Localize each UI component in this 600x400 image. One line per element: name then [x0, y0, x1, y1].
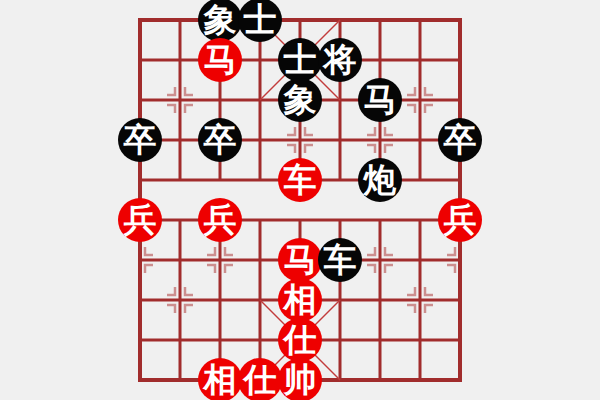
- board-point-c3r6: [240, 240, 280, 280]
- board-point-c6r9: [360, 360, 400, 400]
- piece-red-general[interactable]: 帅: [278, 358, 322, 400]
- piece-glyph: 车: [284, 163, 317, 196]
- piece-glyph: 相: [284, 283, 317, 316]
- board-point-c3r3: [240, 120, 280, 160]
- board-point-c4r5: [280, 200, 320, 240]
- board-point-c5r3: [320, 120, 360, 160]
- board-point-c8r6: [440, 240, 480, 280]
- board-point-c8r1: [440, 40, 480, 80]
- board-point-c8r7: [440, 280, 480, 320]
- piece-glyph: 马: [284, 243, 317, 276]
- piece-glyph: 炮: [364, 163, 397, 196]
- board-point-c4r8: 仕: [280, 320, 320, 360]
- board-point-c1r0: [160, 0, 200, 40]
- board-point-c2r9: 相: [200, 360, 240, 400]
- board-point-c4r2: 象: [280, 80, 320, 120]
- piece-glyph: 卒: [444, 123, 477, 156]
- board-point-c6r3: [360, 120, 400, 160]
- board-point-c6r7: [360, 280, 400, 320]
- piece-red-advisor[interactable]: 仕: [278, 318, 322, 362]
- piece-black-advisor[interactable]: 士: [278, 38, 322, 82]
- board-point-c0r8: [120, 320, 160, 360]
- board-point-c5r5: [320, 200, 360, 240]
- board-point-c4r4: 车: [280, 160, 320, 200]
- board-point-c1r1: [160, 40, 200, 80]
- piece-red-chariot[interactable]: 车: [278, 158, 322, 202]
- piece-red-horse[interactable]: 马: [278, 238, 322, 282]
- piece-red-pawn[interactable]: 兵: [438, 198, 482, 242]
- piece-black-advisor[interactable]: 士: [238, 0, 282, 42]
- board-point-c8r5: 兵: [440, 200, 480, 240]
- piece-glyph: 将: [324, 43, 357, 76]
- board-point-c7r0: [400, 0, 440, 40]
- board-point-c7r8: [400, 320, 440, 360]
- board-point-c5r9: [320, 360, 360, 400]
- board-point-c8r9: [440, 360, 480, 400]
- piece-glyph: 士: [244, 3, 277, 36]
- board-point-c6r6: [360, 240, 400, 280]
- board-point-c8r4: [440, 160, 480, 200]
- piece-black-cannon[interactable]: 炮: [358, 158, 402, 202]
- piece-black-pawn[interactable]: 卒: [198, 118, 242, 162]
- board-point-c7r9: [400, 360, 440, 400]
- board-point-c3r9: 仕: [240, 360, 280, 400]
- board-grid: 象士马士将象马卒卒卒车炮兵兵兵马车相仕相仕帅: [120, 0, 480, 400]
- board-point-c7r2: [400, 80, 440, 120]
- board-point-c1r5: [160, 200, 200, 240]
- board-point-c5r4: [320, 160, 360, 200]
- piece-glyph: 卒: [124, 123, 157, 156]
- board-point-c6r1: [360, 40, 400, 80]
- board-point-c7r4: [400, 160, 440, 200]
- board-point-c6r0: [360, 0, 400, 40]
- piece-black-elephant[interactable]: 象: [278, 78, 322, 122]
- board-point-c3r2: [240, 80, 280, 120]
- board-point-c3r1: [240, 40, 280, 80]
- board-point-c5r1: 将: [320, 40, 360, 80]
- board-point-c4r0: [280, 0, 320, 40]
- piece-glyph: 兵: [204, 203, 237, 236]
- board-point-c5r2: [320, 80, 360, 120]
- board-point-c7r3: [400, 120, 440, 160]
- piece-glyph: 仕: [284, 323, 317, 356]
- piece-glyph: 马: [204, 43, 237, 76]
- board-point-c2r1: 马: [200, 40, 240, 80]
- board-point-c2r5: 兵: [200, 200, 240, 240]
- board-point-c3r5: [240, 200, 280, 240]
- board-point-c2r0: 象: [200, 0, 240, 40]
- board-point-c3r0: 士: [240, 0, 280, 40]
- board-point-c6r8: [360, 320, 400, 360]
- piece-glyph: 马: [364, 83, 397, 116]
- board-point-c8r0: [440, 0, 480, 40]
- piece-glyph: 相: [204, 363, 237, 396]
- board-point-c8r2: [440, 80, 480, 120]
- board-point-c7r7: [400, 280, 440, 320]
- board-point-c1r7: [160, 280, 200, 320]
- piece-glyph: 象: [284, 83, 317, 116]
- board-point-c5r6: 车: [320, 240, 360, 280]
- piece-glyph: 士: [284, 43, 317, 76]
- board-point-c2r3: 卒: [200, 120, 240, 160]
- board-point-c0r4: [120, 160, 160, 200]
- piece-red-elephant[interactable]: 相: [198, 358, 242, 400]
- piece-black-pawn[interactable]: 卒: [118, 118, 162, 162]
- board-point-c0r2: [120, 80, 160, 120]
- xiangqi-board: 象士马士将象马卒卒卒车炮兵兵兵马车相仕相仕帅: [0, 0, 600, 400]
- board-point-c8r8: [440, 320, 480, 360]
- board-point-c2r6: [200, 240, 240, 280]
- board-point-c6r2: 马: [360, 80, 400, 120]
- piece-red-pawn[interactable]: 兵: [198, 198, 242, 242]
- board-point-c4r7: 相: [280, 280, 320, 320]
- piece-black-elephant[interactable]: 象: [198, 0, 242, 42]
- board-point-c2r8: [200, 320, 240, 360]
- piece-glyph: 兵: [444, 203, 477, 236]
- board-point-c4r6: 马: [280, 240, 320, 280]
- board-point-c7r6: [400, 240, 440, 280]
- board-point-c1r3: [160, 120, 200, 160]
- piece-black-pawn[interactable]: 卒: [438, 118, 482, 162]
- board-point-c5r8: [320, 320, 360, 360]
- board-point-c0r0: [120, 0, 160, 40]
- board-point-c1r8: [160, 320, 200, 360]
- board-point-c3r8: [240, 320, 280, 360]
- board-point-c1r6: [160, 240, 200, 280]
- board-point-c7r5: [400, 200, 440, 240]
- piece-glyph: 仕: [244, 363, 277, 396]
- board-point-c0r6: [120, 240, 160, 280]
- piece-glyph: 兵: [124, 203, 157, 236]
- piece-red-horse[interactable]: 马: [198, 38, 242, 82]
- board-point-c0r1: [120, 40, 160, 80]
- board-point-c1r4: [160, 160, 200, 200]
- board-point-c1r2: [160, 80, 200, 120]
- board-point-c4r1: 士: [280, 40, 320, 80]
- board-point-c0r9: [120, 360, 160, 400]
- piece-glyph: 卒: [204, 123, 237, 156]
- board-point-c0r7: [120, 280, 160, 320]
- piece-red-pawn[interactable]: 兵: [118, 198, 162, 242]
- board-point-c6r4: 炮: [360, 160, 400, 200]
- board-point-c2r7: [200, 280, 240, 320]
- piece-red-advisor[interactable]: 仕: [238, 358, 282, 400]
- board-point-c0r3: 卒: [120, 120, 160, 160]
- board-point-c1r9: [160, 360, 200, 400]
- piece-glyph: 象: [204, 3, 237, 36]
- piece-red-elephant[interactable]: 相: [278, 278, 322, 322]
- board-point-c4r3: [280, 120, 320, 160]
- board-point-c5r0: [320, 0, 360, 40]
- board-point-c6r5: [360, 200, 400, 240]
- board-point-c5r7: [320, 280, 360, 320]
- board-point-c3r4: [240, 160, 280, 200]
- board-point-c2r4: [200, 160, 240, 200]
- board-point-c7r1: [400, 40, 440, 80]
- board-point-c3r7: [240, 280, 280, 320]
- board-point-c0r5: 兵: [120, 200, 160, 240]
- piece-glyph: 车: [324, 243, 357, 276]
- piece-black-chariot[interactable]: 车: [318, 238, 362, 282]
- piece-black-horse[interactable]: 马: [358, 78, 402, 122]
- board-point-c2r2: [200, 80, 240, 120]
- board-point-c8r3: 卒: [440, 120, 480, 160]
- piece-black-general[interactable]: 将: [318, 38, 362, 82]
- board-point-c4r9: 帅: [280, 360, 320, 400]
- piece-glyph: 帅: [284, 363, 317, 396]
